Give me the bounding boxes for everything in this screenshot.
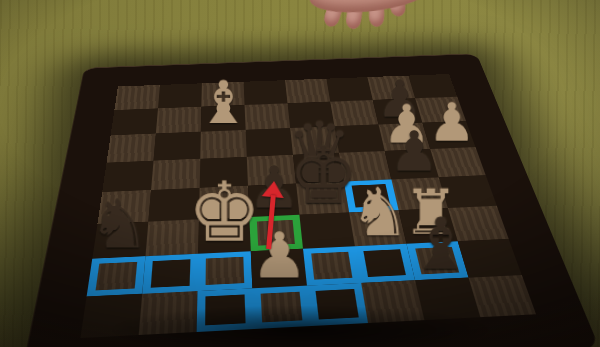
- square-b7[interactable]: [156, 107, 202, 134]
- square-b1[interactable]: [139, 291, 198, 335]
- square-a6[interactable]: [107, 134, 156, 163]
- chess-app-screen: ♝♟♟♟♛♟♟♚♞♚♞♜♟♝: [0, 0, 600, 347]
- square-c6[interactable]: [200, 130, 246, 159]
- square-a8[interactable]: [114, 85, 160, 110]
- black-pawn-g5[interactable]: ♟: [389, 124, 439, 179]
- square-h1[interactable]: [469, 275, 536, 317]
- square-d2[interactable]: ♟: [251, 249, 307, 289]
- white-knight-f3[interactable]: ♞: [350, 179, 410, 246]
- square-c2[interactable]: [197, 251, 252, 291]
- white-bishop-c7[interactable]: ♝: [197, 73, 250, 132]
- black-knight-a3[interactable]: ♞: [89, 191, 150, 259]
- board-3d-scene: ♝♟♟♟♛♟♟♚♞♚♞♜♟♝: [0, 0, 600, 347]
- square-a2[interactable]: [87, 256, 146, 296]
- square-g2[interactable]: ♝: [406, 241, 468, 280]
- square-a1[interactable]: [80, 294, 142, 338]
- square-b6[interactable]: [154, 132, 201, 161]
- square-f8[interactable]: [326, 77, 372, 102]
- square-b2[interactable]: [142, 254, 198, 294]
- black-bishop-g2[interactable]: ♝: [408, 208, 472, 280]
- square-f2[interactable]: [355, 244, 415, 283]
- square-d7[interactable]: [245, 103, 291, 130]
- square-c1[interactable]: [197, 288, 255, 332]
- square-a3[interactable]: ♞: [92, 222, 148, 259]
- square-f1[interactable]: [361, 280, 424, 323]
- board-grid: ♝♟♟♟♛♟♟♚♞♚♞♜♟♝: [80, 74, 536, 338]
- square-b8[interactable]: [158, 83, 202, 108]
- square-a7[interactable]: [111, 108, 158, 135]
- square-c3[interactable]: ♚: [198, 217, 251, 254]
- square-f3[interactable]: ♞: [349, 210, 406, 246]
- square-d6[interactable]: [246, 128, 293, 157]
- square-c7[interactable]: ♝: [201, 105, 246, 132]
- square-d8[interactable]: [244, 80, 288, 105]
- square-d1[interactable]: [252, 286, 311, 329]
- square-e8[interactable]: [285, 79, 330, 104]
- square-e1[interactable]: [307, 283, 368, 326]
- square-e4[interactable]: ♚: [296, 182, 349, 215]
- chess-board: ♝♟♟♟♛♟♟♚♞♚♞♜♟♝: [20, 53, 600, 347]
- white-pawn-d2-selected[interactable]: ♟: [251, 224, 308, 287]
- square-e2[interactable]: [303, 246, 361, 285]
